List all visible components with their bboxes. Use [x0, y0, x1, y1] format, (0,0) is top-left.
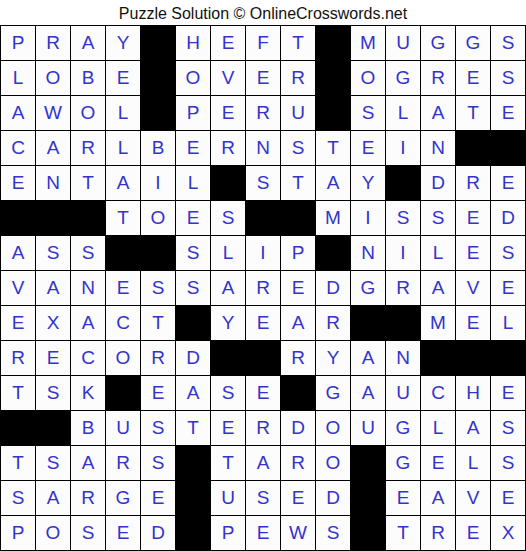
- letter-cell: A: [36, 481, 70, 515]
- letter-cell: N: [351, 236, 385, 270]
- letter-cell: B: [141, 131, 175, 165]
- letter-cell: C: [71, 341, 105, 375]
- letter-cell: A: [176, 376, 210, 410]
- letter-cell: A: [1, 236, 35, 270]
- letter-cell: S: [36, 376, 70, 410]
- letter-cell: E: [246, 516, 280, 550]
- letter-cell: L: [491, 306, 525, 340]
- letter-cell: O: [141, 201, 175, 235]
- letter-cell: G: [316, 376, 350, 410]
- letter-cell: A: [421, 481, 455, 515]
- block-cell: [386, 306, 420, 340]
- letter-cell: C: [421, 376, 455, 410]
- block-cell: [1, 411, 35, 445]
- letter-cell: S: [211, 376, 245, 410]
- letter-cell: E: [106, 516, 140, 550]
- letter-cell: S: [176, 236, 210, 270]
- letter-cell: S: [141, 271, 175, 305]
- letter-cell: I: [386, 131, 420, 165]
- letter-cell: R: [106, 446, 140, 480]
- letter-cell: S: [246, 166, 280, 200]
- letter-cell: A: [211, 271, 245, 305]
- letter-cell: D: [176, 341, 210, 375]
- puzzle-solution-page: Puzzle Solution © OnlineCrosswords.net P…: [0, 0, 526, 551]
- letter-cell: S: [316, 516, 350, 550]
- letter-cell: R: [456, 166, 490, 200]
- letter-cell: M: [316, 201, 350, 235]
- letter-cell: O: [36, 61, 70, 95]
- letter-cell: E: [351, 131, 385, 165]
- letter-cell: E: [246, 306, 280, 340]
- letter-cell: O: [71, 96, 105, 130]
- letter-cell: E: [491, 376, 525, 410]
- letter-cell: E: [246, 376, 280, 410]
- letter-cell: T: [141, 306, 175, 340]
- letter-cell: S: [176, 271, 210, 305]
- letter-cell: X: [36, 306, 70, 340]
- letter-cell: N: [421, 131, 455, 165]
- letter-cell: E: [211, 26, 245, 60]
- letter-cell: G: [421, 26, 455, 60]
- letter-cell: A: [71, 446, 105, 480]
- letter-cell: R: [36, 26, 70, 60]
- letter-cell: L: [386, 96, 420, 130]
- letter-cell: S: [211, 201, 245, 235]
- letter-cell: O: [176, 61, 210, 95]
- letter-cell: H: [176, 26, 210, 60]
- block-cell: [351, 516, 385, 550]
- letter-cell: S: [491, 446, 525, 480]
- page-title: Puzzle Solution © OnlineCrosswords.net: [119, 5, 407, 23]
- crossword-grid: PRAYHEFTMUGGSLOBEOVEROGRESAWOLPERUSLATEC…: [0, 25, 526, 551]
- letter-cell: E: [491, 166, 525, 200]
- letter-cell: T: [211, 446, 245, 480]
- block-cell: [456, 341, 490, 375]
- letter-cell: A: [316, 166, 350, 200]
- letter-cell: G: [106, 481, 140, 515]
- block-cell: [316, 236, 350, 270]
- letter-cell: I: [246, 236, 280, 270]
- letter-cell: A: [421, 271, 455, 305]
- letter-cell: U: [351, 411, 385, 445]
- letter-cell: E: [211, 96, 245, 130]
- letter-cell: A: [36, 131, 70, 165]
- letter-cell: A: [36, 271, 70, 305]
- block-cell: [176, 516, 210, 550]
- block-cell: [211, 341, 245, 375]
- letter-cell: P: [281, 236, 315, 270]
- letter-cell: I: [386, 236, 420, 270]
- letter-cell: N: [246, 131, 280, 165]
- letter-cell: O: [316, 446, 350, 480]
- letter-cell: V: [211, 61, 245, 95]
- letter-cell: A: [71, 306, 105, 340]
- letter-cell: T: [316, 131, 350, 165]
- letter-cell: E: [456, 201, 490, 235]
- letter-cell: V: [1, 271, 35, 305]
- block-cell: [106, 236, 140, 270]
- letter-cell: S: [386, 201, 420, 235]
- letter-cell: S: [491, 26, 525, 60]
- letter-cell: U: [386, 376, 420, 410]
- letter-cell: L: [176, 166, 210, 200]
- letter-cell: Y: [211, 306, 245, 340]
- letter-cell: A: [281, 306, 315, 340]
- letter-cell: N: [386, 341, 420, 375]
- block-cell: [141, 26, 175, 60]
- letter-cell: U: [106, 411, 140, 445]
- letter-cell: B: [71, 411, 105, 445]
- block-cell: [36, 411, 70, 445]
- letter-cell: E: [491, 96, 525, 130]
- letter-cell: W: [281, 516, 315, 550]
- letter-cell: A: [351, 341, 385, 375]
- block-cell: [351, 446, 385, 480]
- letter-cell: E: [36, 341, 70, 375]
- letter-cell: R: [246, 271, 280, 305]
- letter-cell: S: [141, 446, 175, 480]
- letter-cell: E: [456, 236, 490, 270]
- letter-cell: G: [386, 61, 420, 95]
- letter-cell: E: [141, 376, 175, 410]
- letter-cell: E: [491, 271, 525, 305]
- letter-cell: U: [386, 26, 420, 60]
- letter-cell: T: [281, 166, 315, 200]
- letter-cell: E: [456, 306, 490, 340]
- letter-cell: N: [36, 166, 70, 200]
- letter-cell: S: [491, 411, 525, 445]
- letter-cell: T: [1, 446, 35, 480]
- letter-cell: A: [106, 166, 140, 200]
- letter-cell: E: [456, 516, 490, 550]
- letter-cell: A: [421, 96, 455, 130]
- letter-cell: E: [211, 411, 245, 445]
- block-cell: [281, 376, 315, 410]
- letter-cell: W: [36, 96, 70, 130]
- letter-cell: E: [386, 481, 420, 515]
- letter-cell: R: [316, 306, 350, 340]
- block-cell: [141, 61, 175, 95]
- letter-cell: R: [281, 341, 315, 375]
- letter-cell: L: [211, 236, 245, 270]
- block-cell: [316, 26, 350, 60]
- letter-cell: R: [421, 61, 455, 95]
- block-cell: [246, 201, 280, 235]
- letter-cell: L: [421, 236, 455, 270]
- letter-cell: E: [106, 271, 140, 305]
- letter-cell: D: [421, 166, 455, 200]
- letter-cell: L: [106, 131, 140, 165]
- letter-cell: T: [106, 201, 140, 235]
- block-cell: [176, 446, 210, 480]
- letter-cell: A: [246, 446, 280, 480]
- letter-cell: T: [456, 96, 490, 130]
- letter-cell: O: [351, 61, 385, 95]
- letter-cell: Y: [106, 26, 140, 60]
- block-cell: [491, 131, 525, 165]
- letter-cell: E: [1, 166, 35, 200]
- letter-cell: S: [141, 411, 175, 445]
- letter-cell: R: [281, 61, 315, 95]
- letter-cell: T: [386, 516, 420, 550]
- letter-cell: T: [281, 26, 315, 60]
- letter-cell: F: [246, 26, 280, 60]
- block-cell: [491, 341, 525, 375]
- letter-cell: Y: [316, 341, 350, 375]
- letter-cell: I: [351, 201, 385, 235]
- letter-cell: S: [491, 61, 525, 95]
- letter-cell: E: [281, 481, 315, 515]
- letter-cell: G: [386, 411, 420, 445]
- letter-cell: O: [316, 411, 350, 445]
- letter-cell: E: [491, 481, 525, 515]
- letter-cell: L: [456, 446, 490, 480]
- letter-cell: E: [176, 131, 210, 165]
- letter-cell: Y: [351, 166, 385, 200]
- letter-cell: E: [141, 481, 175, 515]
- letter-cell: R: [211, 131, 245, 165]
- block-cell: [456, 131, 490, 165]
- block-cell: [1, 201, 35, 235]
- block-cell: [176, 306, 210, 340]
- letter-cell: S: [36, 446, 70, 480]
- letter-cell: L: [1, 61, 35, 95]
- letter-cell: A: [71, 26, 105, 60]
- letter-cell: V: [456, 481, 490, 515]
- block-cell: [421, 341, 455, 375]
- letter-cell: E: [1, 306, 35, 340]
- letter-cell: P: [1, 516, 35, 550]
- letter-cell: U: [211, 481, 245, 515]
- block-cell: [36, 201, 70, 235]
- letter-cell: P: [1, 26, 35, 60]
- letter-cell: S: [491, 236, 525, 270]
- letter-cell: C: [106, 306, 140, 340]
- letter-cell: S: [246, 481, 280, 515]
- letter-cell: E: [176, 201, 210, 235]
- letter-cell: R: [246, 96, 280, 130]
- letter-cell: B: [71, 61, 105, 95]
- letter-cell: R: [246, 411, 280, 445]
- letter-cell: E: [456, 61, 490, 95]
- letter-cell: S: [281, 131, 315, 165]
- block-cell: [386, 166, 420, 200]
- letter-cell: S: [1, 481, 35, 515]
- block-cell: [246, 341, 280, 375]
- letter-cell: T: [71, 166, 105, 200]
- block-cell: [71, 201, 105, 235]
- letter-cell: D: [316, 271, 350, 305]
- letter-cell: S: [351, 96, 385, 130]
- letter-cell: D: [281, 411, 315, 445]
- letter-cell: A: [1, 96, 35, 130]
- letter-cell: D: [491, 201, 525, 235]
- letter-cell: D: [316, 481, 350, 515]
- letter-cell: X: [491, 516, 525, 550]
- letter-cell: R: [1, 341, 35, 375]
- letter-cell: R: [421, 516, 455, 550]
- letter-cell: A: [351, 376, 385, 410]
- block-cell: [106, 376, 140, 410]
- letter-cell: G: [351, 271, 385, 305]
- letter-cell: E: [246, 61, 280, 95]
- letter-cell: K: [71, 376, 105, 410]
- letter-cell: E: [281, 271, 315, 305]
- block-cell: [316, 61, 350, 95]
- letter-cell: C: [1, 131, 35, 165]
- letter-cell: A: [456, 411, 490, 445]
- letter-cell: R: [141, 341, 175, 375]
- letter-cell: P: [176, 96, 210, 130]
- letter-cell: S: [36, 236, 70, 270]
- letter-cell: T: [176, 411, 210, 445]
- letter-cell: M: [421, 306, 455, 340]
- letter-cell: L: [421, 411, 455, 445]
- letter-cell: O: [36, 516, 70, 550]
- letter-cell: D: [141, 516, 175, 550]
- letter-cell: S: [71, 236, 105, 270]
- letter-cell: G: [456, 26, 490, 60]
- letter-cell: G: [386, 446, 420, 480]
- letter-cell: T: [1, 376, 35, 410]
- letter-cell: R: [71, 481, 105, 515]
- letter-cell: S: [421, 201, 455, 235]
- letter-cell: V: [456, 271, 490, 305]
- block-cell: [316, 96, 350, 130]
- letter-cell: H: [456, 376, 490, 410]
- letter-cell: S: [71, 516, 105, 550]
- letter-cell: E: [106, 61, 140, 95]
- letter-cell: M: [351, 26, 385, 60]
- block-cell: [351, 481, 385, 515]
- block-cell: [141, 236, 175, 270]
- title-bar: Puzzle Solution © OnlineCrosswords.net: [0, 0, 526, 25]
- letter-cell: U: [281, 96, 315, 130]
- block-cell: [211, 166, 245, 200]
- block-cell: [281, 201, 315, 235]
- letter-cell: R: [281, 446, 315, 480]
- block-cell: [176, 481, 210, 515]
- letter-cell: E: [421, 446, 455, 480]
- letter-cell: O: [106, 341, 140, 375]
- letter-cell: R: [386, 271, 420, 305]
- letter-cell: P: [211, 516, 245, 550]
- block-cell: [141, 96, 175, 130]
- block-cell: [351, 306, 385, 340]
- letter-cell: I: [141, 166, 175, 200]
- letter-cell: R: [71, 131, 105, 165]
- letter-cell: N: [71, 271, 105, 305]
- letter-cell: L: [106, 96, 140, 130]
